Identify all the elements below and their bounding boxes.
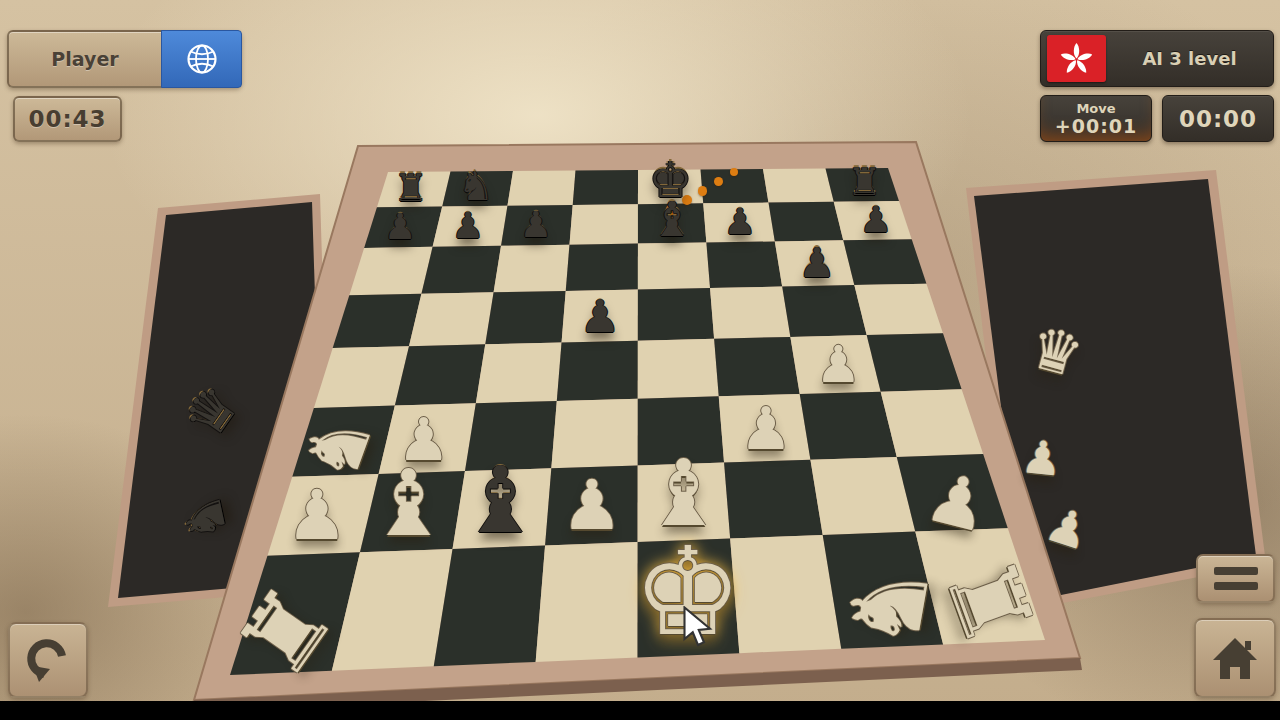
square-e6[interactable] bbox=[638, 243, 710, 290]
piece-black-pawn-d5[interactable]: ♟ bbox=[580, 294, 620, 339]
square-d3[interactable] bbox=[551, 399, 637, 469]
menu-button[interactable] bbox=[1196, 554, 1275, 603]
square-d4[interactable] bbox=[557, 341, 638, 401]
square-e5[interactable] bbox=[638, 288, 714, 341]
captured-white-pawn-right-tray: ♟ bbox=[1019, 433, 1065, 483]
square-f8[interactable] bbox=[701, 169, 769, 203]
player-panel: Player bbox=[7, 30, 242, 88]
home-icon bbox=[1210, 633, 1260, 683]
piece-black-knight-b8[interactable]: ♞ bbox=[458, 166, 494, 206]
player-timer: 00:43 bbox=[13, 96, 122, 142]
piece-white-knight-g1[interactable]: ♞ bbox=[832, 553, 946, 659]
square-b5[interactable] bbox=[409, 292, 494, 346]
square-f5[interactable] bbox=[710, 287, 790, 339]
square-g2[interactable] bbox=[810, 457, 915, 535]
ai-panel: AI 3 level bbox=[1040, 30, 1274, 87]
game-screen: ♜♞♚♜♟♟♟♝♟♟♟♟♟♞♟♟♟♝♝♟♝♟♜♚♞♜♛♞♛♟♟ Player 0… bbox=[0, 0, 1280, 720]
piece-black-bishop-e7[interactable]: ♝ bbox=[650, 195, 693, 243]
square-g5[interactable] bbox=[782, 285, 866, 337]
square-g8[interactable] bbox=[763, 169, 834, 203]
piece-black-pawn-b7[interactable]: ♟ bbox=[452, 209, 484, 245]
ai-timer: 00:00 bbox=[1162, 95, 1274, 142]
piece-black-pawn-c7[interactable]: ♟ bbox=[520, 208, 552, 244]
square-h6[interactable] bbox=[843, 239, 926, 285]
square-d8[interactable] bbox=[573, 170, 638, 205]
square-b6[interactable] bbox=[421, 246, 501, 294]
piece-white-pawn-d2[interactable]: ♟ bbox=[561, 471, 623, 540]
piece-black-pawn-g6[interactable]: ♟ bbox=[798, 243, 835, 284]
piece-black-pawn-f7[interactable]: ♟ bbox=[724, 204, 756, 240]
square-g7[interactable] bbox=[768, 202, 843, 242]
menu-bar-icon bbox=[1214, 582, 1258, 590]
square-f6[interactable] bbox=[706, 241, 782, 288]
ai-level-label: AI 3 level bbox=[1106, 48, 1273, 69]
square-c8[interactable] bbox=[507, 171, 575, 206]
square-b4[interactable] bbox=[395, 344, 485, 405]
square-c1[interactable] bbox=[434, 545, 545, 666]
piece-black-rook-h8[interactable]: ♜ bbox=[848, 163, 882, 201]
piece-black-rook-a8[interactable]: ♜ bbox=[394, 168, 428, 206]
piece-white-pawn-a2[interactable]: ♟ bbox=[286, 482, 348, 551]
square-d7[interactable] bbox=[569, 204, 637, 245]
piece-black-pawn-h7[interactable]: ♟ bbox=[860, 202, 892, 238]
menu-bar-icon bbox=[1214, 567, 1258, 575]
hong-kong-flag-icon bbox=[1047, 35, 1106, 82]
piece-white-king-e1[interactable]: ♚ bbox=[633, 531, 742, 653]
square-e4[interactable] bbox=[638, 339, 719, 399]
move-bonus-box: Move +00:01 bbox=[1040, 95, 1152, 142]
globe-button[interactable] bbox=[161, 30, 242, 88]
move-bonus-value: +00:01 bbox=[1055, 116, 1137, 136]
piece-black-pawn-a7[interactable]: ♟ bbox=[384, 210, 416, 246]
undo-arrow-icon bbox=[24, 636, 72, 684]
square-d6[interactable] bbox=[566, 244, 638, 291]
move-bonus-label: Move bbox=[1076, 102, 1115, 116]
home-button[interactable] bbox=[1194, 618, 1276, 698]
square-c4[interactable] bbox=[476, 342, 562, 403]
square-g3[interactable] bbox=[800, 392, 897, 460]
square-c5[interactable] bbox=[485, 291, 565, 344]
player-name: Player bbox=[9, 32, 161, 86]
piece-black-bishop-c2[interactable]: ♝ bbox=[459, 455, 541, 547]
piece-white-pawn-g4[interactable]: ♟ bbox=[816, 339, 862, 390]
globe-icon bbox=[183, 40, 221, 78]
piece-white-bishop-b2[interactable]: ♝ bbox=[367, 458, 449, 550]
undo-button[interactable] bbox=[8, 622, 88, 698]
square-f4[interactable] bbox=[714, 337, 800, 396]
square-c6[interactable] bbox=[494, 245, 570, 293]
letterbox-bar bbox=[0, 701, 1280, 720]
square-d1[interactable] bbox=[536, 542, 638, 662]
piece-white-pawn-f3[interactable]: ♟ bbox=[740, 399, 793, 458]
